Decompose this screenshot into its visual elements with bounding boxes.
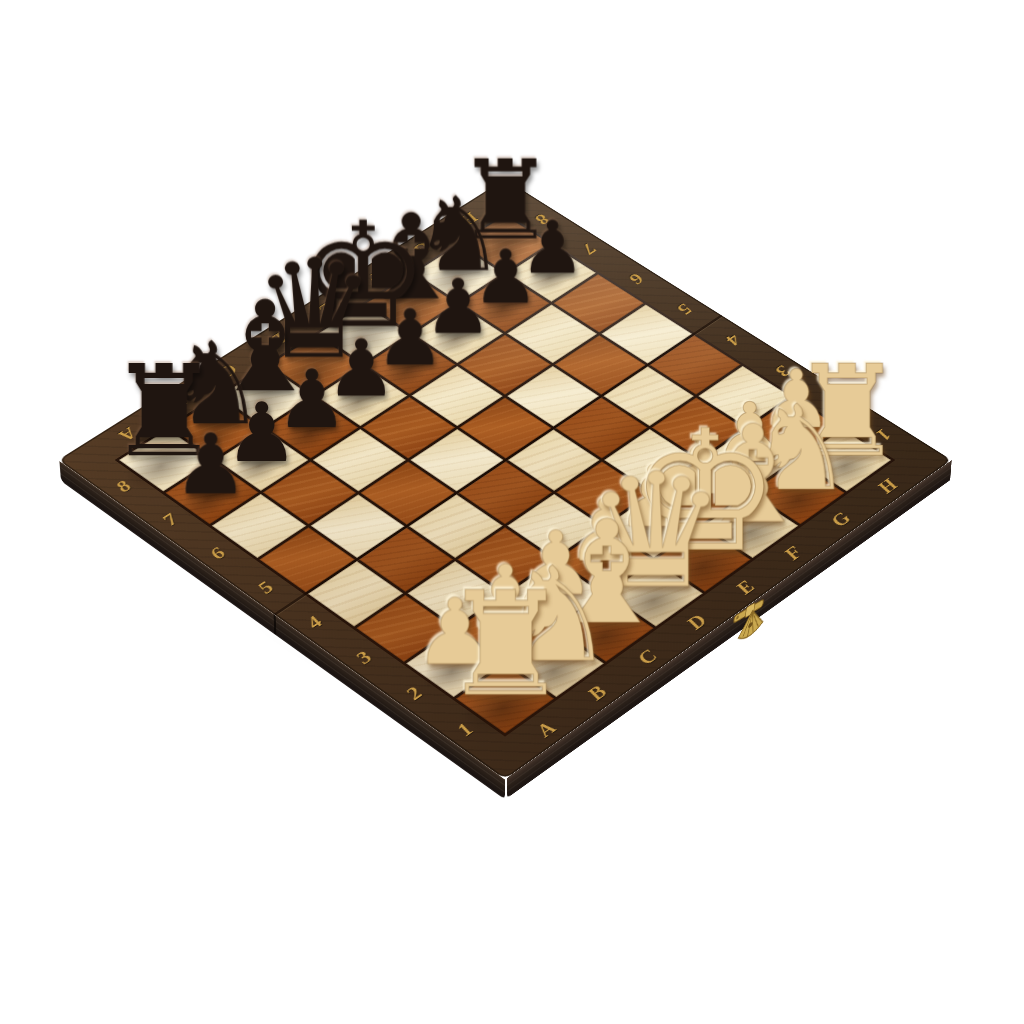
chessboard: AA88BB77CC66DD55EE44FF33GG22HH11 ♜♞♟♝♟♚♟…: [58, 179, 952, 780]
square-a6[interactable]: [212, 494, 306, 558]
square-c5[interactable]: [361, 461, 454, 524]
photo-scene: AA88BB77CC66DD55EE44FF33GG22HH11 ♜♞♟♝♟♚♟…: [0, 0, 1024, 1024]
rank-label-6-right: 6: [622, 270, 649, 287]
piece-glyph: ♜: [440, 578, 569, 710]
file-label-a-near: A: [530, 718, 562, 741]
file-label-h-near: H: [871, 475, 904, 497]
rank-label-4-right: 4: [719, 331, 746, 349]
file-label-b-near: B: [581, 681, 613, 703]
file-label-c-near: C: [631, 646, 663, 668]
rank-label-2-left: 2: [399, 683, 428, 703]
file-label-g-near: G: [824, 508, 856, 530]
rank-label-8-left: 8: [109, 477, 136, 496]
fold-seam-side: [273, 614, 276, 636]
square-a5[interactable]: [259, 527, 354, 592]
rank-label-5-right: 5: [670, 300, 697, 317]
piece-glyph: ♟: [173, 426, 248, 503]
square-b6[interactable]: [263, 461, 356, 524]
file-label-e-near: E: [729, 576, 761, 597]
rank-label-5-left: 5: [251, 577, 279, 596]
file-label-d-near: D: [680, 611, 713, 633]
square-b5[interactable]: [310, 494, 404, 558]
square-a4[interactable]: [308, 561, 403, 627]
rank-label-6-left: 6: [203, 543, 231, 562]
file-label-f-near: F: [777, 542, 808, 563]
rank-label-1-left: 1: [450, 719, 479, 740]
rank-label-4-left: 4: [300, 612, 328, 632]
rank-label-7-left: 7: [156, 510, 183, 529]
rank-label-3-left: 3: [349, 647, 378, 667]
